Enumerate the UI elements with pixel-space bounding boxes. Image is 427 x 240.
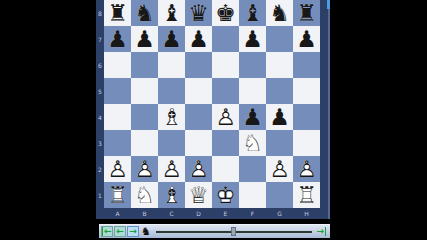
square-c1[interactable]: ♝♗ [158,182,185,208]
square-e8[interactable]: ♚ [212,0,239,26]
step-forward-button[interactable]: → [127,226,139,237]
square-d2[interactable]: ♟♙ [185,156,212,182]
square-f1[interactable] [239,182,266,208]
square-g7[interactable] [266,26,293,52]
square-c6[interactable] [158,52,185,78]
nav-buttons: ←←→♞ [101,226,153,237]
file-label: A [104,208,131,219]
square-b8[interactable]: ♞ [131,0,158,26]
square-h4[interactable] [293,104,320,130]
end-button-holder: → [315,226,328,237]
square-b5[interactable] [131,78,158,104]
square-e7[interactable] [212,26,239,52]
square-f7[interactable]: ♟ [239,26,266,52]
square-d6[interactable] [185,52,212,78]
square-e5[interactable] [212,78,239,104]
square-f5[interactable] [239,78,266,104]
piece-black-bishop[interactable]: ♝ [239,0,266,26]
piece-white-rook-outline: ♖ [104,182,131,208]
arrow-to-start-icon: ← [102,227,111,236]
square-c8[interactable]: ♝ [158,0,185,26]
piece-black-pawn[interactable]: ♟ [293,26,320,52]
piece-white-king-outline: ♔ [212,182,239,208]
rank-labels: 87654321 [96,0,104,208]
square-h6[interactable] [293,52,320,78]
square-c5[interactable] [158,78,185,104]
piece-white-knight-outline: ♘ [131,182,158,208]
piece-black-king[interactable]: ♚ [212,0,239,26]
square-d5[interactable] [185,78,212,104]
file-label: C [158,208,185,219]
chess-board: ♜♞♝♛♚♝♞♜♟♟♟♟♟♟♝♗♟♙♟♟♞♘♟♙♟♙♟♙♟♙♟♙♟♙♜♖♞♘♝♗… [104,0,320,208]
piece-black-bishop[interactable]: ♝ [158,0,185,26]
piece-black-rook[interactable]: ♜ [293,0,320,26]
piece-white-bishop-outline: ♗ [158,104,185,130]
square-h7[interactable]: ♟ [293,26,320,52]
square-e2[interactable] [212,156,239,182]
arrow-to-end-icon: → [316,227,325,236]
square-f8[interactable]: ♝ [239,0,266,26]
square-b1[interactable]: ♞♘ [131,182,158,208]
piece-white-bishop-outline: ♗ [158,182,185,208]
right-edge-highlight [328,0,330,219]
piece-black-queen[interactable]: ♛ [185,0,212,26]
square-a2[interactable]: ♟♙ [104,156,131,182]
go-to-end-button[interactable]: → [315,226,327,237]
square-a4[interactable] [104,104,131,130]
go-to-start-button[interactable]: ← [101,226,113,237]
rank-label: 1 [96,182,104,208]
piece-white-pawn-outline: ♙ [266,156,293,182]
piece-white-pawn-outline: ♙ [104,156,131,182]
square-d7[interactable]: ♟ [185,26,212,52]
piece-white-pawn-outline: ♙ [158,156,185,182]
square-c2[interactable]: ♟♙ [158,156,185,182]
right-edge-accent [327,0,330,9]
square-a6[interactable] [104,52,131,78]
square-c4[interactable]: ♝♗ [158,104,185,130]
file-label: H [293,208,320,219]
piece-black-pawn[interactable]: ♟ [185,26,212,52]
square-a8[interactable]: ♜ [104,0,131,26]
square-c3[interactable] [158,130,185,156]
square-h8[interactable]: ♜ [293,0,320,26]
square-a5[interactable] [104,78,131,104]
file-label: E [212,208,239,219]
square-g3[interactable] [266,130,293,156]
piece-white-knight-outline: ♘ [239,130,266,156]
piece-black-knight[interactable]: ♞ [266,0,293,26]
file-label: B [131,208,158,219]
square-b6[interactable] [131,52,158,78]
chess-board-panel: 87654321 ♜♞♝♛♚♝♞♜♟♟♟♟♟♟♝♗♟♙♟♟♞♘♟♙♟♙♟♙♟♙♟… [96,0,330,219]
square-h2[interactable]: ♟♙ [293,156,320,182]
step-back-button[interactable]: ← [114,226,126,237]
piece-black-pawn[interactable]: ♟ [131,26,158,52]
square-b2[interactable]: ♟♙ [131,156,158,182]
square-b4[interactable] [131,104,158,130]
square-f6[interactable] [239,52,266,78]
square-g6[interactable] [266,52,293,78]
piece-black-pawn[interactable]: ♟ [239,104,266,130]
square-e1[interactable]: ♚♔ [212,182,239,208]
piece-black-pawn[interactable]: ♟ [266,104,293,130]
rank-label: 6 [96,52,104,78]
square-b3[interactable] [131,130,158,156]
piece-black-pawn[interactable]: ♟ [104,26,131,52]
square-f2[interactable] [239,156,266,182]
piece-black-pawn[interactable]: ♟ [158,26,185,52]
piece-white-rook-outline: ♖ [293,182,320,208]
square-d8[interactable]: ♛ [185,0,212,26]
square-d1[interactable]: ♛♕ [185,182,212,208]
square-g4[interactable]: ♟ [266,104,293,130]
square-g5[interactable] [266,78,293,104]
file-label: D [185,208,212,219]
rank-label: 8 [96,0,104,26]
square-c7[interactable]: ♟ [158,26,185,52]
arrow-right-icon: → [129,227,137,236]
square-e4[interactable]: ♟♙ [212,104,239,130]
file-labels: ABCDEFGH [104,208,320,219]
autoplay-button[interactable]: ♞ [140,226,152,237]
square-e6[interactable] [212,52,239,78]
square-g1[interactable] [266,182,293,208]
square-h3[interactable] [293,130,320,156]
file-label: F [239,208,266,219]
square-e3[interactable] [212,130,239,156]
piece-black-knight[interactable]: ♞ [131,0,158,26]
piece-white-pawn-outline: ♙ [212,104,239,130]
piece-white-pawn-outline: ♙ [185,156,212,182]
piece-black-rook[interactable]: ♜ [104,0,131,26]
arrow-left-icon: ← [116,227,124,236]
square-f4[interactable]: ♟ [239,104,266,130]
square-a7[interactable]: ♟ [104,26,131,52]
rank-label: 2 [96,156,104,182]
piece-white-queen-outline: ♕ [185,182,212,208]
piece-black-pawn[interactable]: ♟ [239,26,266,52]
piece-white-pawn-outline: ♙ [293,156,320,182]
slider-thumb[interactable] [231,227,236,236]
replay-control-bar: ←←→♞ → [99,224,330,238]
square-a3[interactable] [104,130,131,156]
rank-label: 4 [96,104,104,130]
black-knight-icon: ♞ [141,226,151,237]
seek-slider[interactable] [156,226,312,237]
piece-white-pawn-outline: ♙ [131,156,158,182]
square-b7[interactable]: ♟ [131,26,158,52]
square-d3[interactable] [185,130,212,156]
square-d4[interactable] [185,104,212,130]
rank-label: 5 [96,78,104,104]
square-g2[interactable]: ♟♙ [266,156,293,182]
file-label: G [266,208,293,219]
square-a1[interactable]: ♜♖ [104,182,131,208]
square-h1[interactable]: ♜♖ [293,182,320,208]
rank-label: 7 [96,26,104,52]
square-h5[interactable] [293,78,320,104]
rank-label: 3 [96,130,104,156]
video-frame: 87654321 ♜♞♝♛♚♝♞♜♟♟♟♟♟♟♝♗♟♙♟♟♞♘♟♙♟♙♟♙♟♙♟… [0,0,427,240]
square-f3[interactable]: ♞♘ [239,130,266,156]
square-g8[interactable]: ♞ [266,0,293,26]
